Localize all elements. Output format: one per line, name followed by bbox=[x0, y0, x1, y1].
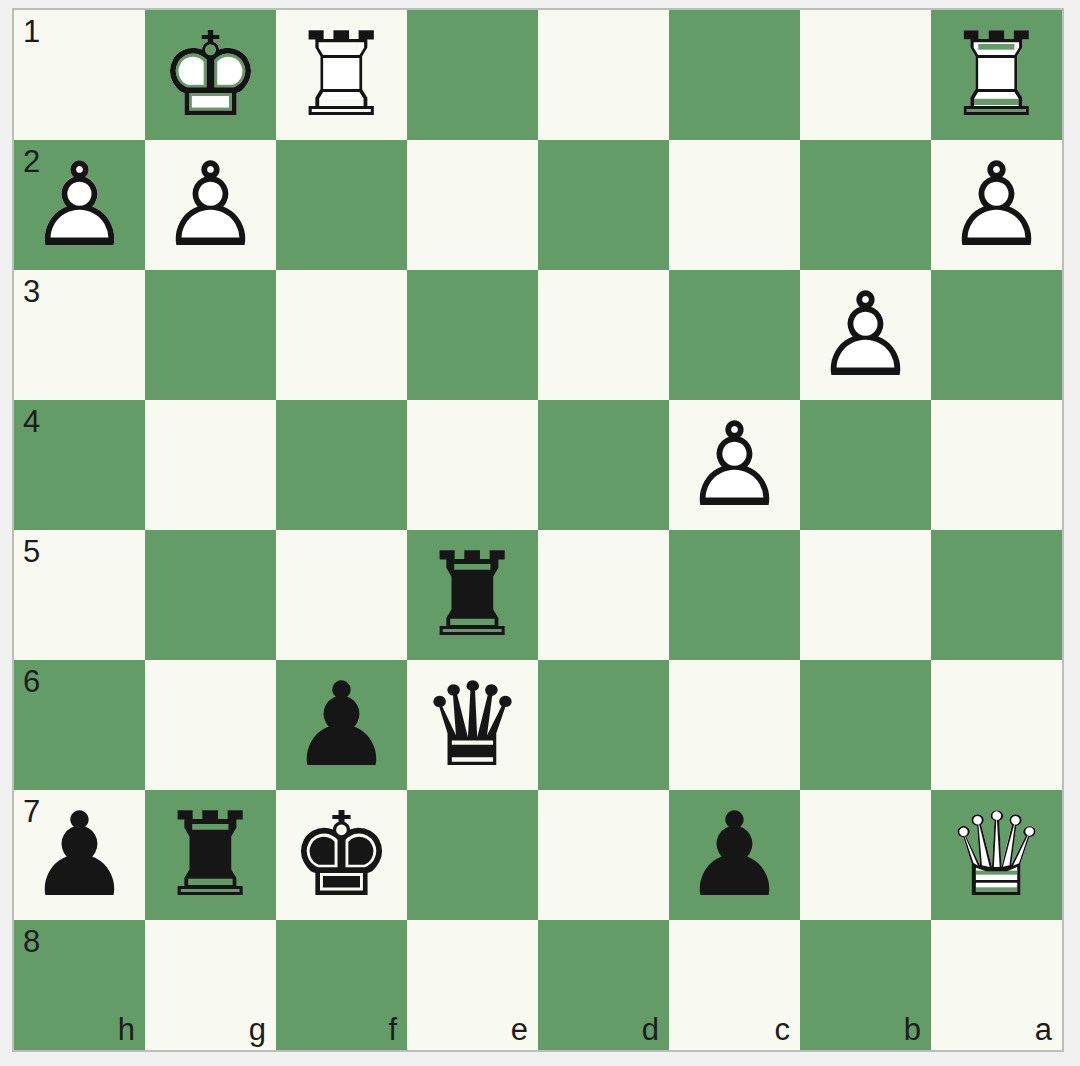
square-h5[interactable]: 5 bbox=[14, 530, 145, 660]
file-label-a: a bbox=[1035, 1014, 1052, 1045]
piece-black-king-f7[interactable]: ♚ bbox=[276, 790, 407, 920]
piece-black-rook-e5[interactable]: ♜ bbox=[407, 530, 538, 660]
square-b2[interactable] bbox=[800, 140, 931, 270]
square-f1[interactable]: ♜♖ bbox=[276, 10, 407, 140]
square-g5[interactable] bbox=[145, 530, 276, 660]
square-a8[interactable]: a bbox=[931, 920, 1062, 1050]
square-d1[interactable] bbox=[538, 10, 669, 140]
piece-white-pawn-h2[interactable]: ♟♙ bbox=[14, 140, 145, 270]
square-e3[interactable] bbox=[407, 270, 538, 400]
square-f7[interactable]: ♚ bbox=[276, 790, 407, 920]
file-label-g: g bbox=[249, 1014, 266, 1045]
square-c3[interactable] bbox=[669, 270, 800, 400]
white-king-icon: ♚ bbox=[145, 10, 276, 140]
square-g8[interactable]: g bbox=[145, 920, 276, 1050]
square-e8[interactable]: e bbox=[407, 920, 538, 1050]
square-e2[interactable] bbox=[407, 140, 538, 270]
white-pawn-icon: ♟ bbox=[931, 140, 1062, 270]
square-e4[interactable] bbox=[407, 400, 538, 530]
white-rook-icon: ♜ bbox=[276, 10, 407, 140]
white-pawn-outline-icon: ♙ bbox=[931, 140, 1062, 270]
white-queen-outline-icon: ♕ bbox=[931, 790, 1062, 920]
square-e6[interactable]: ♛ bbox=[407, 660, 538, 790]
rank-label-1: 1 bbox=[23, 16, 40, 47]
rank-label-4: 4 bbox=[23, 406, 40, 437]
square-c6[interactable] bbox=[669, 660, 800, 790]
square-f8[interactable]: f bbox=[276, 920, 407, 1050]
white-king-outline-icon: ♔ bbox=[145, 10, 276, 140]
square-c1[interactable] bbox=[669, 10, 800, 140]
square-b8[interactable]: b bbox=[800, 920, 931, 1050]
square-f6[interactable]: ♟ bbox=[276, 660, 407, 790]
piece-white-pawn-a2[interactable]: ♟♙ bbox=[931, 140, 1062, 270]
square-b7[interactable] bbox=[800, 790, 931, 920]
white-pawn-outline-icon: ♙ bbox=[14, 140, 145, 270]
rank-label-5: 5 bbox=[23, 536, 40, 567]
black-rook-icon: ♜ bbox=[407, 530, 538, 660]
square-d4[interactable] bbox=[538, 400, 669, 530]
square-a1[interactable]: ♜♖ bbox=[931, 10, 1062, 140]
file-label-c: c bbox=[775, 1014, 791, 1045]
piece-white-queen-a7[interactable]: ♛♕ bbox=[931, 790, 1062, 920]
piece-white-pawn-g2[interactable]: ♟♙ bbox=[145, 140, 276, 270]
file-label-h: h bbox=[118, 1014, 135, 1045]
black-king-icon: ♚ bbox=[276, 790, 407, 920]
square-f4[interactable] bbox=[276, 400, 407, 530]
black-pawn-icon: ♟ bbox=[14, 790, 145, 920]
white-pawn-icon: ♟ bbox=[800, 270, 931, 400]
square-b5[interactable] bbox=[800, 530, 931, 660]
piece-black-pawn-f6[interactable]: ♟ bbox=[276, 660, 407, 790]
black-pawn-icon: ♟ bbox=[669, 790, 800, 920]
square-f2[interactable] bbox=[276, 140, 407, 270]
square-h2[interactable]: 2♟♙ bbox=[14, 140, 145, 270]
black-queen-icon: ♛ bbox=[407, 660, 538, 790]
square-g4[interactable] bbox=[145, 400, 276, 530]
square-b1[interactable] bbox=[800, 10, 931, 140]
white-rook-outline-icon: ♖ bbox=[276, 10, 407, 140]
piece-black-queen-e6[interactable]: ♛ bbox=[407, 660, 538, 790]
piece-black-pawn-c7[interactable]: ♟ bbox=[669, 790, 800, 920]
rank-label-3: 3 bbox=[23, 276, 40, 307]
square-d3[interactable] bbox=[538, 270, 669, 400]
square-c2[interactable] bbox=[669, 140, 800, 270]
square-d8[interactable]: d bbox=[538, 920, 669, 1050]
white-pawn-icon: ♟ bbox=[145, 140, 276, 270]
square-a2[interactable]: ♟♙ bbox=[931, 140, 1062, 270]
square-b4[interactable] bbox=[800, 400, 931, 530]
piece-white-rook-a1[interactable]: ♜♖ bbox=[931, 10, 1062, 140]
piece-white-king-g1[interactable]: ♚♔ bbox=[145, 10, 276, 140]
square-b3[interactable]: ♟♙ bbox=[800, 270, 931, 400]
white-pawn-icon: ♟ bbox=[669, 400, 800, 530]
white-pawn-icon: ♟ bbox=[14, 140, 145, 270]
square-g3[interactable] bbox=[145, 270, 276, 400]
square-d2[interactable] bbox=[538, 140, 669, 270]
black-pawn-icon: ♟ bbox=[276, 660, 407, 790]
square-a6[interactable] bbox=[931, 660, 1062, 790]
square-c5[interactable] bbox=[669, 530, 800, 660]
black-rook-icon: ♜ bbox=[145, 790, 276, 920]
square-g2[interactable]: ♟♙ bbox=[145, 140, 276, 270]
square-b6[interactable] bbox=[800, 660, 931, 790]
square-c7[interactable]: ♟ bbox=[669, 790, 800, 920]
square-d7[interactable] bbox=[538, 790, 669, 920]
piece-black-rook-g7[interactable]: ♜ bbox=[145, 790, 276, 920]
square-f5[interactable] bbox=[276, 530, 407, 660]
white-pawn-outline-icon: ♙ bbox=[669, 400, 800, 530]
square-h1[interactable]: 1 bbox=[14, 10, 145, 140]
piece-white-pawn-c4[interactable]: ♟♙ bbox=[669, 400, 800, 530]
white-pawn-outline-icon: ♙ bbox=[145, 140, 276, 270]
piece-black-pawn-h7[interactable]: ♟ bbox=[14, 790, 145, 920]
square-h3[interactable]: 3 bbox=[14, 270, 145, 400]
rank-label-8: 8 bbox=[23, 926, 40, 957]
square-h4[interactable]: 4 bbox=[14, 400, 145, 530]
white-queen-icon: ♛ bbox=[931, 790, 1062, 920]
file-label-f: f bbox=[388, 1014, 397, 1045]
square-g7[interactable]: ♜ bbox=[145, 790, 276, 920]
piece-white-pawn-b3[interactable]: ♟♙ bbox=[800, 270, 931, 400]
file-label-e: e bbox=[511, 1014, 528, 1045]
square-a7[interactable]: ♛♕ bbox=[931, 790, 1062, 920]
square-c8[interactable]: c bbox=[669, 920, 800, 1050]
square-h6[interactable]: 6 bbox=[14, 660, 145, 790]
square-d5[interactable] bbox=[538, 530, 669, 660]
square-h8[interactable]: 8h bbox=[14, 920, 145, 1050]
square-d6[interactable] bbox=[538, 660, 669, 790]
square-e7[interactable] bbox=[407, 790, 538, 920]
square-a4[interactable] bbox=[931, 400, 1062, 530]
white-pawn-outline-icon: ♙ bbox=[800, 270, 931, 400]
square-g1[interactable]: ♚♔ bbox=[145, 10, 276, 140]
square-a3[interactable] bbox=[931, 270, 1062, 400]
white-rook-outline-icon: ♖ bbox=[931, 10, 1062, 140]
white-rook-icon: ♜ bbox=[931, 10, 1062, 140]
file-label-b: b bbox=[904, 1014, 921, 1045]
rank-label-6: 6 bbox=[23, 666, 40, 697]
chess-board-frame: 1♚♔♜♖♜♖2♟♙♟♙♟♙3♟♙4♟♙5♜6♟♛7♟♜♚♟♛♕8hgfedcb… bbox=[12, 8, 1064, 1052]
square-e1[interactable] bbox=[407, 10, 538, 140]
square-h7[interactable]: 7♟ bbox=[14, 790, 145, 920]
square-c4[interactable]: ♟♙ bbox=[669, 400, 800, 530]
file-label-d: d bbox=[642, 1014, 659, 1045]
square-g6[interactable] bbox=[145, 660, 276, 790]
square-a5[interactable] bbox=[931, 530, 1062, 660]
square-f3[interactable] bbox=[276, 270, 407, 400]
piece-white-rook-f1[interactable]: ♜♖ bbox=[276, 10, 407, 140]
square-e5[interactable]: ♜ bbox=[407, 530, 538, 660]
chess-board: 1♚♔♜♖♜♖2♟♙♟♙♟♙3♟♙4♟♙5♜6♟♛7♟♜♚♟♛♕8hgfedcb… bbox=[14, 10, 1062, 1050]
